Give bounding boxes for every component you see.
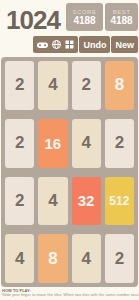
how-to-play-text: Slide your finger to move the tiles. Whe… [2, 293, 138, 298]
icon-button-group [33, 36, 78, 53]
undo-button[interactable]: Undo [79, 36, 110, 53]
best-label: BEST [105, 9, 138, 15]
tile-2: 2 [105, 234, 134, 283]
new-game-button[interactable]: New [111, 36, 138, 53]
tile-4: 4 [38, 177, 67, 226]
how-to-play: HOW TO PLAY: Slide your finger to move t… [2, 288, 138, 297]
best-box: BEST 4188 [105, 3, 138, 31]
tile-4: 4 [72, 119, 101, 168]
tile-2: 2 [5, 119, 34, 168]
tile-32: 32 [72, 177, 101, 226]
score-box: SCORE 4188 [66, 3, 103, 31]
tile-4: 4 [38, 61, 67, 110]
gamepad-icon[interactable] [37, 41, 48, 49]
tile-4: 4 [72, 234, 101, 283]
tile-512: 512 [105, 177, 134, 226]
best-value: 4188 [105, 16, 138, 26]
score-value: 4188 [66, 16, 103, 26]
tile-16: 16 [38, 119, 67, 168]
board[interactable]: 24282164224325124842 [1, 57, 138, 287]
tile-8: 8 [105, 61, 134, 110]
toolbar: Undo New [33, 36, 138, 53]
tile-2: 2 [105, 119, 134, 168]
tile-2: 2 [72, 61, 101, 110]
tile-4: 4 [5, 234, 34, 283]
app-title: 1024 [6, 5, 60, 36]
globe-icon[interactable] [52, 40, 61, 49]
score-label: SCORE [66, 9, 103, 15]
apps-grid-icon[interactable] [65, 40, 74, 49]
tile-2: 2 [5, 61, 34, 110]
score-panel: SCORE 4188 BEST 4188 [66, 3, 138, 31]
tile-2: 2 [5, 177, 34, 226]
tile-8: 8 [38, 234, 67, 283]
